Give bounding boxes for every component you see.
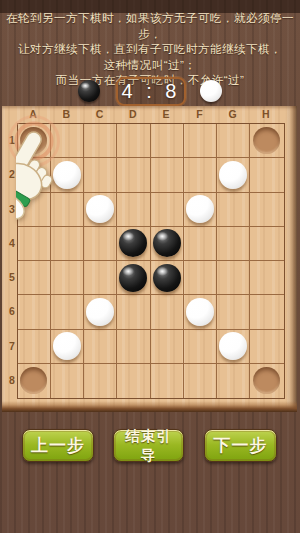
board-cell-F3[interactable] (184, 193, 217, 227)
board-cell-B4[interactable] (51, 227, 84, 261)
board-cell-D8[interactable] (117, 364, 150, 398)
corner-hint-hole (253, 367, 280, 394)
row-label-7: 7 (7, 340, 17, 352)
board-cell-H2[interactable] (250, 158, 283, 192)
board-cell-A7[interactable] (18, 330, 51, 364)
board-cell-C7[interactable] (84, 330, 117, 364)
board-cell-D7[interactable] (117, 330, 150, 364)
board-cell-A5[interactable] (18, 261, 51, 295)
corner-hint-hole (20, 127, 47, 154)
board-cell-E2[interactable] (151, 158, 184, 192)
board-cell-F2[interactable] (184, 158, 217, 192)
board-cell-E1[interactable] (151, 124, 184, 158)
white-disc (186, 298, 214, 326)
board-cell-H6[interactable] (250, 295, 283, 329)
board-cell-H1[interactable] (250, 124, 283, 158)
row-label-1: 1 (7, 134, 17, 146)
row-label-3: 3 (7, 203, 17, 215)
board-panel: ABCDEFGH 12345678 (2, 106, 297, 412)
score-text: 4 : 8 (122, 80, 181, 103)
black-disc (153, 229, 181, 257)
board-cell-G8[interactable] (217, 364, 250, 398)
board-cell-C4[interactable] (84, 227, 117, 261)
white-stone-icon (200, 80, 222, 102)
board-cell-E7[interactable] (151, 330, 184, 364)
white-disc (86, 298, 114, 326)
board-cell-G2[interactable] (217, 158, 250, 192)
board-cell-B7[interactable] (51, 330, 84, 364)
score-box: 4 : 8 (116, 77, 186, 106)
board-cell-D2[interactable] (117, 158, 150, 192)
board-right-bevel (285, 106, 297, 412)
row-label-6: 6 (7, 305, 17, 317)
board-cell-C6[interactable] (84, 295, 117, 329)
column-label-B: B (63, 108, 71, 120)
board-cell-B2[interactable] (51, 158, 84, 192)
column-label-D: D (129, 108, 137, 120)
board-cell-A6[interactable] (18, 295, 51, 329)
board-cell-E6[interactable] (151, 295, 184, 329)
column-label-E: E (163, 108, 170, 120)
board-cell-F5[interactable] (184, 261, 217, 295)
board-cell-H5[interactable] (250, 261, 283, 295)
board-cell-H4[interactable] (250, 227, 283, 261)
previous-step-button[interactable]: 上一步 (22, 429, 94, 462)
column-label-G: G (229, 108, 237, 120)
white-disc (219, 161, 247, 189)
row-label-4: 4 (7, 237, 17, 249)
board-cell-D3[interactable] (117, 193, 150, 227)
board-cell-B5[interactable] (51, 261, 84, 295)
board-cell-G5[interactable] (217, 261, 250, 295)
board-cell-E8[interactable] (151, 364, 184, 398)
black-disc (119, 229, 147, 257)
next-step-button[interactable]: 下一步 (204, 429, 277, 462)
othello-tutorial-screen: 在轮到另一方下棋时，如果该方无子可吃，就必须停一步， 让对方继续下棋，直到有子可… (0, 0, 300, 533)
board-cell-H3[interactable] (250, 193, 283, 227)
board-cell-F7[interactable] (184, 330, 217, 364)
board-cell-A1[interactable] (18, 124, 51, 158)
white-disc (219, 332, 247, 360)
board-cell-F4[interactable] (184, 227, 217, 261)
board-cell-E3[interactable] (151, 193, 184, 227)
column-label-F: F (196, 108, 202, 120)
white-disc (86, 195, 114, 223)
board-cell-E5[interactable] (151, 261, 184, 295)
board-cell-A4[interactable] (18, 227, 51, 261)
board-cell-D6[interactable] (117, 295, 150, 329)
board-bottom-bevel (2, 401, 297, 412)
board-cell-H7[interactable] (250, 330, 283, 364)
corner-hint-hole (20, 367, 47, 394)
column-label-C: C (96, 108, 104, 120)
row-label-8: 8 (7, 374, 17, 386)
board-cell-G6[interactable] (217, 295, 250, 329)
board-cell-D5[interactable] (117, 261, 150, 295)
score-panel: 4 : 8 (0, 76, 300, 106)
board-cell-F1[interactable] (184, 124, 217, 158)
board-cell-G4[interactable] (217, 227, 250, 261)
board-cell-B3[interactable] (51, 193, 84, 227)
board-cell-B6[interactable] (51, 295, 84, 329)
column-label-A: A (29, 108, 37, 120)
corner-hint-hole (253, 127, 280, 154)
white-disc (186, 195, 214, 223)
board-cell-H8[interactable] (250, 364, 283, 398)
board-cell-D4[interactable] (117, 227, 150, 261)
board-cell-A8[interactable] (18, 364, 51, 398)
end-guide-button[interactable]: 结束引导 (113, 429, 184, 462)
instruction-line-3: 这种情况叫“过”； (0, 58, 300, 74)
board-cell-G3[interactable] (217, 193, 250, 227)
black-disc (153, 264, 181, 292)
row-label-5: 5 (7, 271, 17, 283)
board-cell-C8[interactable] (84, 364, 117, 398)
board-cell-B8[interactable] (51, 364, 84, 398)
row-label-2: 2 (7, 168, 17, 180)
board-cell-B1[interactable] (51, 124, 84, 158)
board-cell-F8[interactable] (184, 364, 217, 398)
board-cell-C1[interactable] (84, 124, 117, 158)
board-cell-E4[interactable] (151, 227, 184, 261)
board-cell-G1[interactable] (217, 124, 250, 158)
board-cell-C5[interactable] (84, 261, 117, 295)
board-cell-F6[interactable] (184, 295, 217, 329)
column-label-H: H (262, 108, 270, 120)
white-disc (53, 332, 81, 360)
board-cell-A3[interactable] (18, 193, 51, 227)
board-grid (17, 123, 285, 399)
white-disc (53, 161, 81, 189)
board-cell-G7[interactable] (217, 330, 250, 364)
black-stone-icon (78, 80, 100, 102)
board-cell-C2[interactable] (84, 158, 117, 192)
black-disc (119, 264, 147, 292)
board-cell-A2[interactable] (18, 158, 51, 192)
instruction-line-1: 在轮到另一方下棋时，如果该方无子可吃，就必须停一步， (0, 11, 300, 42)
board-cell-D1[interactable] (117, 124, 150, 158)
board-cell-C3[interactable] (84, 193, 117, 227)
instruction-line-2: 让对方继续下棋，直到有子可吃时方能继续下棋， (0, 42, 300, 58)
